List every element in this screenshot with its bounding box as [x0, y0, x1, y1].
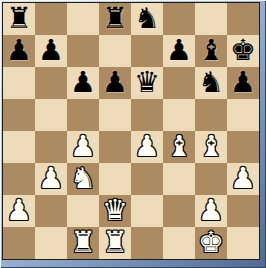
square-d7[interactable] [99, 35, 131, 67]
black-pawn-piece[interactable]: ♟ [35, 35, 67, 67]
white-pawn-piece[interactable]: ♟ [131, 131, 163, 163]
square-d2[interactable]: ♛ [99, 195, 131, 227]
square-f8[interactable] [163, 3, 195, 35]
square-f4[interactable]: ♝ [163, 131, 195, 163]
white-pawn-piece[interactable]: ♟ [227, 163, 259, 195]
square-e7[interactable] [131, 35, 163, 67]
white-rook-piece[interactable]: ♜ [67, 227, 99, 259]
square-b7[interactable]: ♟ [35, 35, 67, 67]
black-knight-piece[interactable]: ♞ [195, 67, 227, 99]
square-a2[interactable]: ♟ [3, 195, 35, 227]
white-rook-piece[interactable]: ♜ [99, 227, 131, 259]
square-d4[interactable] [99, 131, 131, 163]
square-g8[interactable] [195, 3, 227, 35]
square-a4[interactable] [3, 131, 35, 163]
square-h4[interactable] [227, 131, 259, 163]
square-h1[interactable] [227, 227, 259, 259]
square-f3[interactable] [163, 163, 195, 195]
square-d1[interactable]: ♜ [99, 227, 131, 259]
black-pawn-piece[interactable]: ♟ [227, 67, 259, 99]
square-h3[interactable]: ♟ [227, 163, 259, 195]
square-c3[interactable]: ♞ [67, 163, 99, 195]
square-a5[interactable] [3, 99, 35, 131]
square-h2[interactable] [227, 195, 259, 227]
square-f2[interactable] [163, 195, 195, 227]
black-bishop-piece[interactable]: ♝ [195, 35, 227, 67]
square-e6[interactable]: ♛ [131, 67, 163, 99]
square-a1[interactable] [3, 227, 35, 259]
square-c7[interactable] [67, 35, 99, 67]
square-a7[interactable]: ♟ [3, 35, 35, 67]
square-g6[interactable]: ♞ [195, 67, 227, 99]
square-g4[interactable]: ♝ [195, 131, 227, 163]
square-g7[interactable]: ♝ [195, 35, 227, 67]
black-rook-piece[interactable]: ♜ [99, 3, 131, 35]
square-b8[interactable] [35, 3, 67, 35]
square-f1[interactable] [163, 227, 195, 259]
square-e1[interactable] [131, 227, 163, 259]
square-c4[interactable]: ♟ [67, 131, 99, 163]
square-e8[interactable]: ♞ [131, 3, 163, 35]
black-pawn-piece[interactable]: ♟ [99, 67, 131, 99]
square-b5[interactable] [35, 99, 67, 131]
white-queen-piece[interactable]: ♛ [99, 195, 131, 227]
black-pawn-piece[interactable]: ♟ [163, 35, 195, 67]
square-h7[interactable]: ♚ [227, 35, 259, 67]
square-c5[interactable] [67, 99, 99, 131]
white-pawn-piece[interactable]: ♟ [35, 163, 67, 195]
square-e3[interactable] [131, 163, 163, 195]
square-g1[interactable]: ♚ [195, 227, 227, 259]
white-pawn-piece[interactable]: ♟ [3, 195, 35, 227]
square-c1[interactable]: ♜ [67, 227, 99, 259]
square-f5[interactable] [163, 99, 195, 131]
square-e2[interactable] [131, 195, 163, 227]
square-d3[interactable] [99, 163, 131, 195]
black-pawn-piece[interactable]: ♟ [67, 67, 99, 99]
black-rook-piece[interactable]: ♜ [3, 3, 35, 35]
chess-board: ♜♜♞♟♟♟♝♚♟♟♛♞♟♟♟♝♝♟♞♟♟♛♟♜♜♚ [2, 2, 260, 260]
square-f6[interactable] [163, 67, 195, 99]
white-knight-piece[interactable]: ♞ [67, 163, 99, 195]
square-g5[interactable] [195, 99, 227, 131]
white-pawn-piece[interactable]: ♟ [67, 131, 99, 163]
square-d8[interactable]: ♜ [99, 3, 131, 35]
black-queen-piece[interactable]: ♛ [131, 67, 163, 99]
white-bishop-piece[interactable]: ♝ [163, 131, 195, 163]
square-d5[interactable] [99, 99, 131, 131]
square-a6[interactable] [3, 67, 35, 99]
white-king-piece[interactable]: ♚ [195, 227, 227, 259]
white-pawn-piece[interactable]: ♟ [195, 195, 227, 227]
square-c8[interactable] [67, 3, 99, 35]
square-b6[interactable] [35, 67, 67, 99]
white-bishop-piece[interactable]: ♝ [195, 131, 227, 163]
black-king-piece[interactable]: ♚ [227, 35, 259, 67]
square-h8[interactable] [227, 3, 259, 35]
square-c2[interactable] [67, 195, 99, 227]
black-pawn-piece[interactable]: ♟ [3, 35, 35, 67]
square-d6[interactable]: ♟ [99, 67, 131, 99]
square-e5[interactable] [131, 99, 163, 131]
square-b3[interactable]: ♟ [35, 163, 67, 195]
board-frame: ♜♜♞♟♟♟♝♚♟♟♛♞♟♟♟♝♝♟♞♟♟♛♟♜♜♚ [0, 0, 266, 268]
square-b1[interactable] [35, 227, 67, 259]
square-c6[interactable]: ♟ [67, 67, 99, 99]
square-a8[interactable]: ♜ [3, 3, 35, 35]
square-f7[interactable]: ♟ [163, 35, 195, 67]
square-g3[interactable] [195, 163, 227, 195]
square-e4[interactable]: ♟ [131, 131, 163, 163]
black-knight-piece[interactable]: ♞ [131, 3, 163, 35]
square-g2[interactable]: ♟ [195, 195, 227, 227]
square-h5[interactable] [227, 99, 259, 131]
square-h6[interactable]: ♟ [227, 67, 259, 99]
square-b4[interactable] [35, 131, 67, 163]
square-a3[interactable] [3, 163, 35, 195]
square-b2[interactable] [35, 195, 67, 227]
